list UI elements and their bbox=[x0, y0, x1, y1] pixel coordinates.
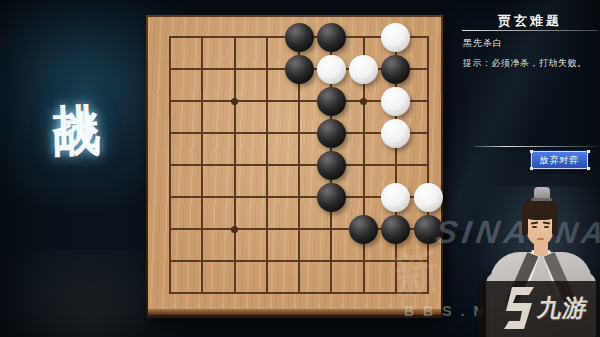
nine-game-logo-text: 九游 bbox=[535, 292, 591, 324]
portrait-mouth bbox=[537, 238, 544, 240]
go-stone-black bbox=[381, 55, 410, 84]
go-stone-black bbox=[349, 215, 378, 244]
star-point bbox=[231, 226, 238, 233]
portrait-eye-left bbox=[532, 226, 537, 228]
nine-game-logo: 九游 bbox=[478, 281, 600, 337]
grid-line-horizontal bbox=[169, 292, 429, 294]
puzzle-hint: 提示：必须净杀，打劫失败。 bbox=[463, 57, 593, 70]
game-screen: 挑战 贾玄难题 黑先杀白 提示：必须净杀，打劫失败。 放弃对弈 SINA NA … bbox=[0, 0, 600, 337]
give-up-button[interactable]: 放弃对弈 bbox=[531, 151, 588, 169]
go-board-edge bbox=[148, 309, 441, 315]
puzzle-title: 贾玄难题 bbox=[455, 12, 600, 30]
go-stone-black bbox=[317, 151, 346, 180]
go-stone-white bbox=[317, 55, 346, 84]
go-stone-black bbox=[381, 215, 410, 244]
go-stone-white bbox=[381, 119, 410, 148]
portrait-eye-right bbox=[544, 226, 549, 228]
star-point bbox=[360, 98, 367, 105]
go-stone-black bbox=[317, 87, 346, 116]
puzzle-task: 黑先杀白 bbox=[463, 37, 503, 50]
go-stone-black bbox=[285, 55, 314, 84]
grid-line-horizontal bbox=[169, 260, 429, 262]
go-stone-white bbox=[381, 23, 410, 52]
go-stone-white bbox=[381, 183, 410, 212]
nine-game-logo-icon bbox=[502, 287, 534, 329]
go-stone-black bbox=[285, 23, 314, 52]
go-stone-white bbox=[381, 87, 410, 116]
grid-line-horizontal bbox=[169, 164, 429, 166]
portrait-hair-left bbox=[522, 212, 528, 236]
go-stone-black bbox=[317, 23, 346, 52]
go-stone-black bbox=[317, 183, 346, 212]
panel-separator bbox=[474, 146, 598, 147]
go-stone-white bbox=[349, 55, 378, 84]
challenge-calligraphy: 挑战 bbox=[42, 9, 106, 135]
title-underline bbox=[462, 30, 598, 31]
portrait-hat-band bbox=[531, 198, 552, 201]
star-point bbox=[231, 98, 238, 105]
portrait-hair-right bbox=[552, 212, 558, 236]
ghost-character-watermark: 新 bbox=[390, 240, 444, 308]
go-stone-black bbox=[317, 119, 346, 148]
go-stone-white bbox=[414, 183, 443, 212]
